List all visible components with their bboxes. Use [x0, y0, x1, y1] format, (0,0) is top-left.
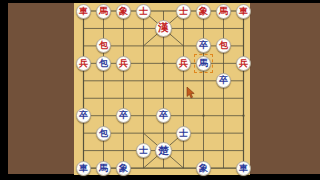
- piece-glyph: 車: [79, 4, 88, 17]
- piece-cho-horse-advanced[interactable]: 馬: [196, 56, 211, 71]
- piece-glyph: 象: [199, 4, 208, 17]
- piece-han-pawn-d[interactable]: 兵: [236, 56, 251, 71]
- piece-cho-advisor-up[interactable]: 士: [176, 126, 191, 141]
- piece-cho-chariot-right[interactable]: 車: [236, 161, 251, 176]
- piece-glyph: 兵: [239, 56, 248, 69]
- piece-glyph: 象: [119, 161, 128, 174]
- piece-cho-horse-home[interactable]: 馬: [96, 161, 111, 176]
- piece-han-advisor-right[interactable]: 士: [176, 4, 191, 19]
- piece-han-horse-left[interactable]: 馬: [96, 4, 111, 19]
- piece-cho-elephant-right[interactable]: 象: [196, 161, 211, 176]
- piece-han-king[interactable]: 漢: [155, 20, 172, 37]
- piece-glyph: 馬: [219, 4, 228, 17]
- piece-glyph: 士: [179, 126, 188, 139]
- piece-han-pawn-a[interactable]: 兵: [76, 56, 91, 71]
- piece-glyph: 象: [119, 4, 128, 17]
- piece-glyph: 車: [239, 4, 248, 17]
- piece-han-pawn-c[interactable]: 兵: [176, 56, 191, 71]
- piece-glyph: 士: [179, 4, 188, 17]
- piece-glyph: 漢: [158, 21, 169, 35]
- piece-glyph: 卒: [79, 109, 88, 122]
- piece-glyph: 包: [219, 39, 228, 52]
- piece-glyph: 馬: [99, 4, 108, 17]
- piece-glyph: 象: [199, 161, 208, 174]
- piece-glyph: 包: [99, 39, 108, 52]
- piece-glyph: 車: [239, 161, 248, 174]
- piece-glyph: 馬: [199, 56, 208, 69]
- piece-han-elephant-left[interactable]: 象: [116, 4, 131, 19]
- piece-cho-cannon-advanced[interactable]: 包: [96, 56, 111, 71]
- piece-cho-elephant-left[interactable]: 象: [116, 161, 131, 176]
- piece-glyph: 卒: [159, 109, 168, 122]
- piece-glyph: 卒: [199, 39, 208, 52]
- piece-glyph: 兵: [79, 56, 88, 69]
- piece-han-chariot-right[interactable]: 車: [236, 4, 251, 19]
- mouse-cursor-icon: [186, 84, 196, 96]
- piece-han-horse-right[interactable]: 馬: [216, 4, 231, 19]
- piece-glyph: 楚: [158, 143, 169, 157]
- piece-glyph: 車: [79, 161, 88, 174]
- piece-glyph: 卒: [219, 74, 228, 87]
- piece-cho-king[interactable]: 楚: [155, 142, 172, 159]
- piece-glyph: 士: [139, 4, 148, 17]
- janggi-board[interactable]: 車馬象士士象馬車漢包包卒兵包兵兵馬兵卒卒卒卒包士士楚車馬象象車: [74, 3, 250, 175]
- piece-han-pawn-b[interactable]: 兵: [116, 56, 131, 71]
- piece-cho-chariot-left[interactable]: 車: [76, 161, 91, 176]
- piece-glyph: 兵: [119, 56, 128, 69]
- piece-han-chariot-left[interactable]: 車: [76, 4, 91, 19]
- piece-cho-advisor-left[interactable]: 士: [136, 143, 151, 158]
- piece-glyph: 馬: [99, 161, 108, 174]
- piece-han-advisor-left[interactable]: 士: [136, 4, 151, 19]
- janggi-app-window: 車馬象士士象馬車漢包包卒兵包兵兵馬兵卒卒卒卒包士士楚車馬象象車: [0, 0, 320, 180]
- piece-glyph: 卒: [119, 109, 128, 122]
- piece-glyph: 兵: [179, 56, 188, 69]
- piece-glyph: 士: [139, 144, 148, 157]
- piece-glyph: 包: [99, 126, 108, 139]
- piece-glyph: 包: [99, 56, 108, 69]
- piece-han-elephant-right[interactable]: 象: [196, 4, 211, 19]
- piece-cho-cannon-home[interactable]: 包: [96, 126, 111, 141]
